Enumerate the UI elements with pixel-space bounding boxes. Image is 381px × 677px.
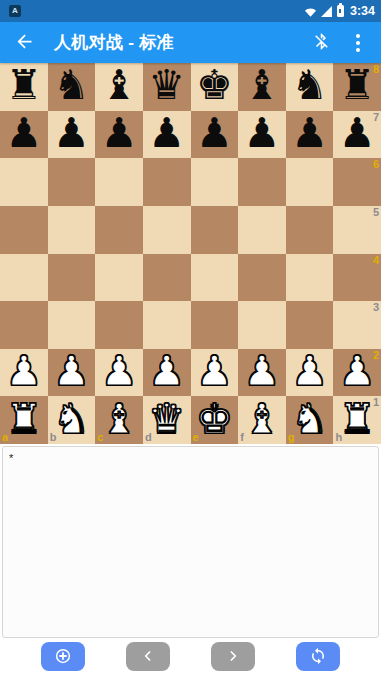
file-label-c: c bbox=[97, 432, 103, 443]
square-f8[interactable]: ♝ bbox=[238, 63, 286, 111]
status-bar: A 3:34 bbox=[0, 0, 381, 22]
square-g4[interactable] bbox=[286, 254, 334, 302]
piece-black-pawn[interactable]: ♟ bbox=[291, 113, 328, 154]
square-a6[interactable] bbox=[0, 158, 48, 206]
square-d6[interactable] bbox=[143, 158, 191, 206]
square-d1[interactable]: ♛d bbox=[143, 396, 191, 444]
square-b8[interactable]: ♞ bbox=[48, 63, 96, 111]
piece-white-rook[interactable]: ♜ bbox=[5, 399, 42, 440]
square-f2[interactable]: ♟ bbox=[238, 349, 286, 397]
piece-white-rook[interactable]: ♜ bbox=[339, 399, 376, 440]
rank-label-6: 6 bbox=[373, 159, 379, 170]
square-c8[interactable]: ♝ bbox=[95, 63, 143, 111]
piece-white-pawn[interactable]: ♟ bbox=[291, 351, 328, 392]
square-a7[interactable]: ♟ bbox=[0, 111, 48, 159]
prev-move-button[interactable] bbox=[126, 642, 170, 671]
square-a2[interactable]: ♟ bbox=[0, 349, 48, 397]
new-game-button[interactable] bbox=[41, 642, 85, 671]
square-h5[interactable]: 5 bbox=[333, 206, 381, 254]
square-h2[interactable]: ♟2 bbox=[333, 349, 381, 397]
square-h3[interactable]: 3 bbox=[333, 301, 381, 349]
square-f4[interactable] bbox=[238, 254, 286, 302]
square-e5[interactable] bbox=[191, 206, 239, 254]
file-label-g: g bbox=[288, 432, 295, 443]
square-d4[interactable] bbox=[143, 254, 191, 302]
piece-black-rook[interactable]: ♜ bbox=[339, 65, 376, 106]
square-g6[interactable] bbox=[286, 158, 334, 206]
square-h6[interactable]: 6 bbox=[333, 158, 381, 206]
square-e1[interactable]: ♚e bbox=[191, 396, 239, 444]
square-g3[interactable] bbox=[286, 301, 334, 349]
file-label-f: f bbox=[240, 432, 244, 443]
rank-label-8: 8 bbox=[373, 64, 379, 75]
chess-board: ♜♞♝♛♚♝♞♜8♟♟♟♟♟♟♟♟76543♟♟♟♟♟♟♟♟2♜a♞b♝c♛d♚… bbox=[0, 63, 381, 444]
piece-white-pawn[interactable]: ♟ bbox=[5, 351, 42, 392]
piece-white-pawn[interactable]: ♟ bbox=[101, 351, 138, 392]
square-d2[interactable]: ♟ bbox=[143, 349, 191, 397]
square-d5[interactable] bbox=[143, 206, 191, 254]
square-d3[interactable] bbox=[143, 301, 191, 349]
piece-white-pawn[interactable]: ♟ bbox=[196, 351, 233, 392]
square-b5[interactable] bbox=[48, 206, 96, 254]
square-g2[interactable]: ♟ bbox=[286, 349, 334, 397]
square-d8[interactable]: ♛ bbox=[143, 63, 191, 111]
app-bar: 人机对战 - 标准 bbox=[0, 22, 381, 63]
square-b2[interactable]: ♟ bbox=[48, 349, 96, 397]
square-a4[interactable] bbox=[0, 254, 48, 302]
square-a3[interactable] bbox=[0, 301, 48, 349]
square-g5[interactable] bbox=[286, 206, 334, 254]
cellular-signal-icon bbox=[320, 5, 333, 18]
square-b3[interactable] bbox=[48, 301, 96, 349]
piece-black-queen[interactable]: ♛ bbox=[148, 65, 185, 106]
piece-white-bishop[interactable]: ♝ bbox=[244, 399, 281, 440]
piece-black-pawn[interactable]: ♟ bbox=[339, 113, 376, 154]
bluetooth-disabled-icon bbox=[312, 32, 331, 54]
page-title: 人机对战 - 标准 bbox=[54, 31, 174, 54]
square-g1[interactable]: ♞g bbox=[286, 396, 334, 444]
flip-board-button[interactable] bbox=[296, 642, 340, 671]
sync-icon bbox=[309, 647, 327, 665]
piece-black-bishop[interactable]: ♝ bbox=[101, 65, 138, 106]
square-e6[interactable] bbox=[191, 158, 239, 206]
piece-black-pawn[interactable]: ♟ bbox=[196, 113, 233, 154]
square-h4[interactable]: 4 bbox=[333, 254, 381, 302]
controls-bar bbox=[0, 638, 381, 677]
square-e8[interactable]: ♚ bbox=[191, 63, 239, 111]
square-b6[interactable] bbox=[48, 158, 96, 206]
square-a1[interactable]: ♜a bbox=[0, 396, 48, 444]
piece-white-pawn[interactable]: ♟ bbox=[244, 351, 281, 392]
file-label-a: a bbox=[2, 432, 8, 443]
square-b1[interactable]: ♞b bbox=[48, 396, 96, 444]
square-b4[interactable] bbox=[48, 254, 96, 302]
square-a5[interactable] bbox=[0, 206, 48, 254]
piece-black-pawn[interactable]: ♟ bbox=[101, 113, 138, 154]
square-h7[interactable]: ♟7 bbox=[333, 111, 381, 159]
bluetooth-button[interactable] bbox=[307, 29, 335, 57]
chevron-left-icon bbox=[140, 648, 156, 664]
back-arrow-icon bbox=[14, 31, 35, 55]
square-e3[interactable] bbox=[191, 301, 239, 349]
square-c5[interactable] bbox=[95, 206, 143, 254]
square-c7[interactable]: ♟ bbox=[95, 111, 143, 159]
square-g7[interactable]: ♟ bbox=[286, 111, 334, 159]
rank-label-5: 5 bbox=[373, 207, 379, 218]
square-g8[interactable]: ♞ bbox=[286, 63, 334, 111]
file-label-d: d bbox=[145, 432, 152, 443]
notification-app-icon: A bbox=[9, 5, 21, 17]
piece-black-pawn[interactable]: ♟ bbox=[244, 113, 281, 154]
piece-black-bishop[interactable]: ♝ bbox=[244, 65, 281, 106]
plus-circle-icon bbox=[54, 647, 72, 665]
piece-white-pawn[interactable]: ♟ bbox=[148, 351, 185, 392]
square-f6[interactable] bbox=[238, 158, 286, 206]
back-button[interactable] bbox=[10, 29, 38, 57]
square-a8[interactable]: ♜ bbox=[0, 63, 48, 111]
square-c4[interactable] bbox=[95, 254, 143, 302]
overflow-menu-button[interactable] bbox=[349, 29, 367, 57]
overflow-menu-icon bbox=[356, 34, 360, 52]
square-e2[interactable]: ♟ bbox=[191, 349, 239, 397]
square-c2[interactable]: ♟ bbox=[95, 349, 143, 397]
piece-white-king[interactable]: ♚ bbox=[196, 399, 233, 440]
piece-black-knight[interactable]: ♞ bbox=[291, 65, 328, 106]
piece-white-knight[interactable]: ♞ bbox=[53, 399, 90, 440]
piece-white-pawn[interactable]: ♟ bbox=[53, 351, 90, 392]
file-label-h: h bbox=[335, 432, 342, 443]
piece-white-knight[interactable]: ♞ bbox=[291, 399, 328, 440]
square-d7[interactable]: ♟ bbox=[143, 111, 191, 159]
rank-label-1: 1 bbox=[373, 397, 379, 408]
battery-icon bbox=[337, 5, 344, 17]
square-f5[interactable] bbox=[238, 206, 286, 254]
wifi-icon bbox=[304, 5, 317, 18]
rank-label-4: 4 bbox=[373, 255, 379, 266]
rank-label-7: 7 bbox=[373, 112, 379, 123]
square-e7[interactable]: ♟ bbox=[191, 111, 239, 159]
piece-black-pawn[interactable]: ♟ bbox=[5, 113, 42, 154]
square-f3[interactable] bbox=[238, 301, 286, 349]
square-c1[interactable]: ♝c bbox=[95, 396, 143, 444]
square-c3[interactable] bbox=[95, 301, 143, 349]
status-clock: 3:34 bbox=[350, 4, 375, 18]
square-b7[interactable]: ♟ bbox=[48, 111, 96, 159]
piece-white-bishop[interactable]: ♝ bbox=[101, 399, 138, 440]
file-label-b: b bbox=[50, 432, 57, 443]
piece-black-pawn[interactable]: ♟ bbox=[53, 113, 90, 154]
rank-label-2: 2 bbox=[373, 350, 379, 361]
piece-white-pawn[interactable]: ♟ bbox=[339, 351, 376, 392]
square-h8[interactable]: ♜8 bbox=[333, 63, 381, 111]
next-move-button[interactable] bbox=[211, 642, 255, 671]
piece-black-rook[interactable]: ♜ bbox=[5, 65, 42, 106]
piece-black-king[interactable]: ♚ bbox=[196, 65, 233, 106]
square-f1[interactable]: ♝f bbox=[238, 396, 286, 444]
square-f7[interactable]: ♟ bbox=[238, 111, 286, 159]
square-h1[interactable]: ♜1h bbox=[333, 396, 381, 444]
square-c6[interactable] bbox=[95, 158, 143, 206]
rank-label-3: 3 bbox=[373, 302, 379, 313]
piece-black-knight[interactable]: ♞ bbox=[53, 65, 90, 106]
piece-white-queen[interactable]: ♛ bbox=[148, 399, 185, 440]
square-e4[interactable] bbox=[191, 254, 239, 302]
chevron-right-icon bbox=[225, 648, 241, 664]
move-list[interactable]: * bbox=[2, 446, 379, 638]
piece-black-pawn[interactable]: ♟ bbox=[148, 113, 185, 154]
file-label-e: e bbox=[193, 432, 199, 443]
